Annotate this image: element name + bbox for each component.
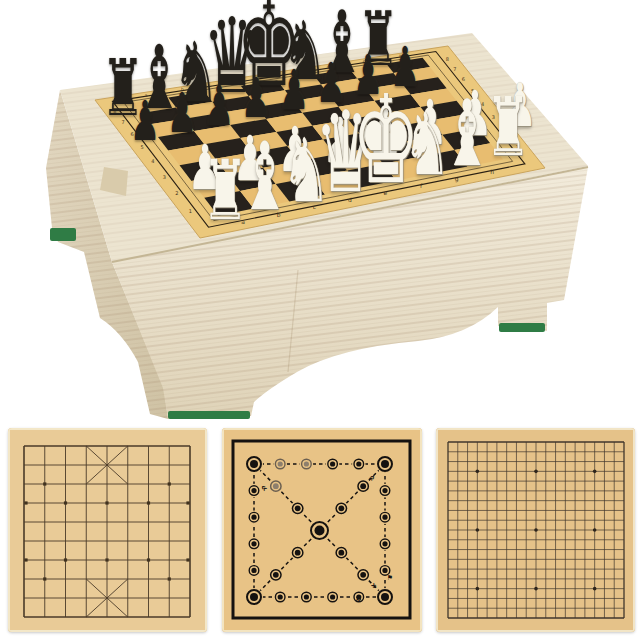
chess-piece-d7[interactable]: ♟	[241, 71, 272, 126]
svg-text:4: 4	[151, 158, 154, 164]
chess-piece-c7[interactable]: ♟	[204, 79, 235, 134]
chess-piece-a7[interactable]: ♟	[130, 94, 161, 149]
xiangqi-point-marker	[64, 501, 67, 504]
chess-piece-h1[interactable]: ♜	[485, 87, 530, 168]
xiangqi-point-marker	[43, 482, 46, 485]
xiangqi-point-marker	[64, 558, 67, 561]
xiangqi-board-tile[interactable]	[8, 428, 207, 632]
svg-text:8: 8	[446, 56, 449, 62]
hoshi-point	[593, 587, 597, 591]
xiangqi-point-marker	[168, 482, 171, 485]
xiangqi-board[interactable]	[8, 428, 207, 632]
xiangqi-point-marker	[147, 501, 150, 504]
svg-text:7: 7	[453, 66, 456, 72]
hoshi-point	[476, 587, 480, 591]
xiangqi-point-marker	[105, 501, 108, 504]
go-board[interactable]	[436, 428, 635, 632]
race-board[interactable]: »»»»⚑	[222, 428, 422, 632]
hoshi-point	[534, 528, 538, 532]
hoshi-point	[593, 470, 597, 474]
hoshi-point	[476, 528, 480, 532]
hoshi-point	[476, 470, 480, 474]
xiangqi-point-marker	[186, 558, 189, 561]
race-board-tile[interactable]: »»»»⚑	[222, 428, 422, 632]
hoshi-point	[593, 528, 597, 532]
go-board-tile[interactable]	[436, 428, 635, 632]
xiangqi-point-marker	[24, 501, 27, 504]
svg-text:3: 3	[163, 174, 166, 180]
xiangqi-point-marker	[43, 577, 46, 580]
hoshi-point	[534, 587, 538, 591]
felt-foot-pad	[50, 228, 76, 241]
xiangqi-point-marker	[24, 558, 27, 561]
xiangqi-point-marker	[186, 501, 189, 504]
felt-foot-pad	[168, 411, 250, 419]
felt-foot-pad	[499, 323, 545, 332]
xiangqi-point-marker	[168, 577, 171, 580]
svg-text:1: 1	[189, 208, 192, 214]
svg-text:2: 2	[175, 190, 178, 196]
start-flag-mark: ⚑	[387, 574, 393, 582]
chess-box-photo: aabbccddeeffgghh8877665544332211♜♝♞♛♚♞♝♜…	[0, 0, 640, 432]
chess-piece-e7[interactable]: ♟	[279, 63, 310, 118]
product-photo: aabbccddeeffgghh8877665544332211♜♝♞♛♚♞♝♜…	[0, 0, 640, 640]
xiangqi-point-marker	[105, 558, 108, 561]
xiangqi-point-marker	[147, 558, 150, 561]
hoshi-point	[534, 470, 538, 474]
